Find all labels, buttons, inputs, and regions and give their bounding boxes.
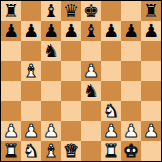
white-bishop[interactable]: ♝	[23, 61, 39, 81]
white-knight[interactable]: ♞	[23, 141, 39, 161]
square-e3[interactable]	[81, 101, 101, 121]
square-a8[interactable]: ♜	[1, 1, 21, 21]
square-h2[interactable]: ♟	[141, 121, 161, 141]
square-d4[interactable]	[61, 81, 81, 101]
black-pawn[interactable]: ♟	[103, 21, 119, 41]
black-rook[interactable]: ♜	[3, 1, 19, 21]
square-h8[interactable]: ♜	[141, 1, 161, 21]
black-pawn[interactable]: ♟	[63, 21, 79, 41]
square-a1[interactable]: ♜	[1, 141, 21, 161]
square-f2[interactable]: ♟	[101, 121, 121, 141]
black-knight[interactable]: ♞	[43, 41, 59, 61]
chess-board: ♜♝♛♚♜♟♟♟♟♝♟♟♟♞♝♟♞♞♟♟♟♟♟♟♜♞♝♛♜♚	[1, 1, 161, 161]
square-h6[interactable]	[141, 41, 161, 61]
black-pawn[interactable]: ♟	[3, 21, 19, 41]
black-king[interactable]: ♚	[83, 1, 99, 21]
white-pawn[interactable]: ♟	[3, 121, 19, 141]
square-a7[interactable]: ♟	[1, 21, 21, 41]
white-rook[interactable]: ♜	[103, 141, 119, 161]
square-g7[interactable]: ♟	[121, 21, 141, 41]
black-pawn[interactable]: ♟	[23, 21, 39, 41]
white-pawn[interactable]: ♟	[143, 121, 159, 141]
square-b7[interactable]: ♟	[21, 21, 41, 41]
square-f3[interactable]: ♞	[101, 101, 121, 121]
square-d6[interactable]	[61, 41, 81, 61]
square-c6[interactable]: ♞	[41, 41, 61, 61]
black-bishop[interactable]: ♝	[83, 21, 99, 41]
square-f8[interactable]	[101, 1, 121, 21]
black-rook[interactable]: ♜	[143, 1, 159, 21]
square-a4[interactable]	[1, 81, 21, 101]
square-f5[interactable]	[101, 61, 121, 81]
square-f7[interactable]: ♟	[101, 21, 121, 41]
black-bishop[interactable]: ♝	[43, 1, 59, 21]
square-h3[interactable]	[141, 101, 161, 121]
white-bishop[interactable]: ♝	[43, 141, 59, 161]
square-g3[interactable]	[121, 101, 141, 121]
white-pawn[interactable]: ♟	[23, 121, 39, 141]
square-c3[interactable]	[41, 101, 61, 121]
square-g2[interactable]: ♟	[121, 121, 141, 141]
black-pawn[interactable]: ♟	[123, 21, 139, 41]
square-a5[interactable]	[1, 61, 21, 81]
white-pawn[interactable]: ♟	[43, 121, 59, 141]
square-g6[interactable]	[121, 41, 141, 61]
square-b6[interactable]	[21, 41, 41, 61]
square-c4[interactable]	[41, 81, 61, 101]
square-b5[interactable]: ♝	[21, 61, 41, 81]
square-b2[interactable]: ♟	[21, 121, 41, 141]
square-d2[interactable]	[61, 121, 81, 141]
black-pawn[interactable]: ♟	[43, 21, 59, 41]
square-b1[interactable]: ♞	[21, 141, 41, 161]
square-b3[interactable]	[21, 101, 41, 121]
square-e8[interactable]: ♚	[81, 1, 101, 21]
square-e6[interactable]	[81, 41, 101, 61]
square-d1[interactable]: ♛	[61, 141, 81, 161]
square-b8[interactable]	[21, 1, 41, 21]
square-e2[interactable]	[81, 121, 101, 141]
square-f4[interactable]	[101, 81, 121, 101]
square-g5[interactable]	[121, 61, 141, 81]
square-h5[interactable]	[141, 61, 161, 81]
square-a6[interactable]	[1, 41, 21, 61]
square-d3[interactable]	[61, 101, 81, 121]
black-pawn[interactable]: ♟	[143, 21, 159, 41]
square-h4[interactable]	[141, 81, 161, 101]
square-g8[interactable]	[121, 1, 141, 21]
square-c8[interactable]: ♝	[41, 1, 61, 21]
square-a3[interactable]	[1, 101, 21, 121]
square-d8[interactable]: ♛	[61, 1, 81, 21]
white-king[interactable]: ♚	[123, 141, 139, 161]
square-c2[interactable]: ♟	[41, 121, 61, 141]
white-knight[interactable]: ♞	[103, 101, 119, 121]
square-g4[interactable]	[121, 81, 141, 101]
white-queen[interactable]: ♛	[63, 141, 79, 161]
square-a2[interactable]: ♟	[1, 121, 21, 141]
square-g1[interactable]: ♚	[121, 141, 141, 161]
square-d5[interactable]	[61, 61, 81, 81]
white-pawn[interactable]: ♟	[83, 61, 99, 81]
square-e7[interactable]: ♝	[81, 21, 101, 41]
square-c1[interactable]: ♝	[41, 141, 61, 161]
square-c5[interactable]	[41, 61, 61, 81]
square-e4[interactable]: ♞	[81, 81, 101, 101]
square-h7[interactable]: ♟	[141, 21, 161, 41]
square-f1[interactable]: ♜	[101, 141, 121, 161]
chess-board-frame: ♜♝♛♚♜♟♟♟♟♝♟♟♟♞♝♟♞♞♟♟♟♟♟♟♜♞♝♛♜♚	[0, 0, 162, 162]
square-c7[interactable]: ♟	[41, 21, 61, 41]
white-pawn[interactable]: ♟	[123, 121, 139, 141]
square-e5[interactable]: ♟	[81, 61, 101, 81]
square-d7[interactable]: ♟	[61, 21, 81, 41]
black-queen[interactable]: ♛	[63, 1, 79, 21]
white-pawn[interactable]: ♟	[103, 121, 119, 141]
white-rook[interactable]: ♜	[3, 141, 19, 161]
square-b4[interactable]	[21, 81, 41, 101]
square-e1[interactable]	[81, 141, 101, 161]
black-knight[interactable]: ♞	[83, 81, 99, 101]
square-h1[interactable]	[141, 141, 161, 161]
square-f6[interactable]	[101, 41, 121, 61]
